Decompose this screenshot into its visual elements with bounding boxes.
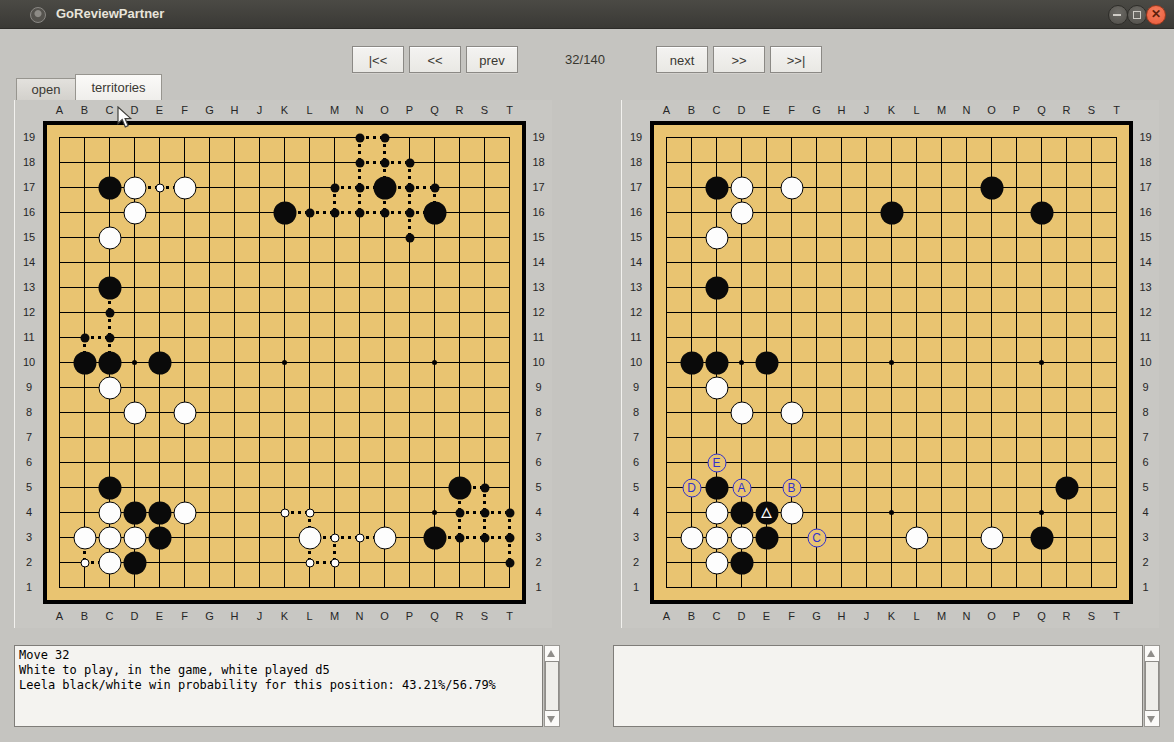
cell-O13 [979, 275, 1004, 300]
cell-L12 [904, 300, 929, 325]
col-label: J [247, 604, 272, 628]
cell-B10 [679, 350, 704, 375]
territory-black-R3 [455, 533, 464, 542]
cell-B8 [679, 400, 704, 425]
cell-H3 [222, 525, 247, 550]
stone-white-C2 [98, 551, 121, 574]
tab-territories[interactable]: territories [75, 74, 162, 101]
cell-S13 [1079, 275, 1104, 300]
cell-K14 [879, 250, 904, 275]
cell-G16 [197, 200, 222, 225]
cell-B19 [72, 125, 97, 150]
territory-black-P17 [405, 183, 414, 192]
cell-A13 [47, 275, 72, 300]
cell-C6 [97, 450, 122, 475]
cell-J16 [247, 200, 272, 225]
cell-K1 [879, 575, 904, 600]
cell-S6 [1079, 450, 1104, 475]
close-icon: ✕ [1147, 6, 1165, 24]
stone-black-C10 [705, 351, 728, 374]
row-labels: 19181716151413121110987654321 [15, 121, 43, 604]
territory-white-M3 [330, 533, 339, 542]
territory-black-S4 [480, 508, 489, 517]
cell-A17 [654, 175, 679, 200]
cell-H4 [829, 500, 854, 525]
cell-F4 [172, 500, 197, 525]
cell-B3 [679, 525, 704, 550]
cell-A15 [654, 225, 679, 250]
cell-O13 [372, 275, 397, 300]
cell-A6 [47, 450, 72, 475]
cell-M19 [929, 125, 954, 150]
cell-N18 [954, 150, 979, 175]
cell-M9 [929, 375, 954, 400]
cell-G8 [197, 400, 222, 425]
cell-L14 [297, 250, 322, 275]
col-label: B [72, 100, 97, 121]
cell-O17 [979, 175, 1004, 200]
prev-button[interactable]: prev [466, 46, 518, 73]
cell-N6 [347, 450, 372, 475]
territory-black-Q17 [430, 183, 439, 192]
cell-E5 [754, 475, 779, 500]
cell-J11 [854, 325, 879, 350]
cell-C14 [97, 250, 122, 275]
cell-C1 [704, 575, 729, 600]
tab-open[interactable]: open [16, 78, 76, 101]
cell-Q18 [422, 150, 447, 175]
cell-C16 [704, 200, 729, 225]
cell-C3 [704, 525, 729, 550]
cell-C10 [704, 350, 729, 375]
territory-white-E17 [155, 183, 164, 192]
territory-black-N18 [355, 158, 364, 167]
cell-F3 [172, 525, 197, 550]
cell-L2 [904, 550, 929, 575]
col-label: L [904, 100, 929, 121]
cell-S1 [1079, 575, 1104, 600]
territory-black-B11 [80, 333, 89, 342]
cell-A17 [47, 175, 72, 200]
row-label: 19 [15, 125, 43, 150]
cell-L18 [297, 150, 322, 175]
window-menu-icon[interactable] [30, 7, 46, 23]
cell-N5 [347, 475, 372, 500]
cell-C5 [97, 475, 122, 500]
cell-B12 [72, 300, 97, 325]
row-labels: 19181716151413121110987654321 [1133, 121, 1158, 604]
col-label: R [447, 100, 472, 121]
cell-K2 [879, 550, 904, 575]
cell-T7 [497, 425, 522, 450]
cell-G3: C [804, 525, 829, 550]
cell-Q1 [1029, 575, 1054, 600]
cell-O5 [372, 475, 397, 500]
cell-C9 [704, 375, 729, 400]
cell-E2 [147, 550, 172, 575]
cell-R17 [447, 175, 472, 200]
col-label: S [472, 100, 497, 121]
cell-N3 [954, 525, 979, 550]
cell-L5 [297, 475, 322, 500]
cell-N15 [347, 225, 372, 250]
minimize-button[interactable] [1108, 5, 1128, 25]
row-label: 11 [526, 325, 551, 350]
cell-J2 [854, 550, 879, 575]
cell-T17 [1104, 175, 1129, 200]
cell-H6 [829, 450, 854, 475]
cell-K13 [879, 275, 904, 300]
cell-R12 [447, 300, 472, 325]
cell-N16 [954, 200, 979, 225]
cell-F18 [779, 150, 804, 175]
col-label: A [654, 604, 679, 628]
cell-P6 [1004, 450, 1029, 475]
cell-M10 [929, 350, 954, 375]
cell-N12 [347, 300, 372, 325]
cell-T12 [1104, 300, 1129, 325]
stone-white-C15 [705, 226, 728, 249]
cell-A4 [654, 500, 679, 525]
col-label: Q [422, 100, 447, 121]
col-label: T [1104, 100, 1129, 121]
cell-E2 [754, 550, 779, 575]
cell-G18 [197, 150, 222, 175]
cell-O9 [979, 375, 1004, 400]
row-label: 12 [526, 300, 551, 325]
cell-P7 [1004, 425, 1029, 450]
cell-T8 [1104, 400, 1129, 425]
cell-F6 [172, 450, 197, 475]
cell-T17 [497, 175, 522, 200]
cell-S17 [472, 175, 497, 200]
variation-comment-box[interactable] [613, 645, 1160, 727]
cell-K6 [272, 450, 297, 475]
cell-K17 [272, 175, 297, 200]
cell-C12 [704, 300, 729, 325]
cell-S5 [1079, 475, 1104, 500]
cell-L16 [904, 200, 929, 225]
scrollbar-thumb[interactable] [545, 661, 559, 711]
cell-O3 [372, 525, 397, 550]
cell-Q3 [1029, 525, 1054, 550]
cell-C17 [704, 175, 729, 200]
stone-black-E3 [755, 526, 778, 549]
cell-L1 [297, 575, 322, 600]
cell-K17 [879, 175, 904, 200]
col-label: O [372, 604, 397, 628]
row-label: 4 [1133, 500, 1158, 525]
cell-G14 [804, 250, 829, 275]
variation-scrollbar[interactable] [1144, 645, 1160, 727]
cell-H11 [829, 325, 854, 350]
cell-P14 [1004, 250, 1029, 275]
cell-O5 [979, 475, 1004, 500]
row-label: 1 [622, 575, 650, 600]
cell-G7 [197, 425, 222, 450]
stone-white-L3 [298, 526, 321, 549]
row-label: 11 [622, 325, 650, 350]
cell-Q8 [422, 400, 447, 425]
cell-A1 [47, 575, 72, 600]
row-labels: 19181716151413121110987654321 [622, 121, 650, 604]
cell-G17 [804, 175, 829, 200]
row-label: 2 [526, 550, 551, 575]
stone-white-F17 [780, 176, 803, 199]
col-label: B [679, 604, 704, 628]
cell-O14 [372, 250, 397, 275]
col-label: M [929, 100, 954, 121]
cell-O15 [979, 225, 1004, 250]
cell-Q19 [1029, 125, 1054, 150]
cell-B4 [679, 500, 704, 525]
cell-F18 [172, 150, 197, 175]
territory-white-L2 [305, 558, 314, 567]
cell-B15 [72, 225, 97, 250]
cell-B6 [679, 450, 704, 475]
back-10-button[interactable]: << [409, 46, 461, 73]
stone-white-F8 [780, 401, 803, 424]
cell-O12 [372, 300, 397, 325]
cell-F19 [172, 125, 197, 150]
stone-black-Q16 [423, 201, 446, 224]
row-label: 9 [15, 375, 43, 400]
cell-T6 [1104, 450, 1129, 475]
stone-white-C15 [98, 226, 121, 249]
cell-K12 [879, 300, 904, 325]
cell-J9 [854, 375, 879, 400]
territory-black-O18 [380, 158, 389, 167]
cell-D3 [122, 525, 147, 550]
cell-R2 [1054, 550, 1079, 575]
cell-F9 [172, 375, 197, 400]
cell-N17 [954, 175, 979, 200]
titlebar: GoReviewPartner ✕ [0, 0, 1174, 29]
scrollbar-thumb[interactable] [1145, 661, 1159, 711]
cell-J7 [854, 425, 879, 450]
cell-R11 [1054, 325, 1079, 350]
cell-J2 [247, 550, 272, 575]
cell-Q3 [422, 525, 447, 550]
cell-J11 [247, 325, 272, 350]
cell-J7 [247, 425, 272, 450]
cell-O2 [979, 550, 1004, 575]
cell-E8 [147, 400, 172, 425]
cell-J12 [247, 300, 272, 325]
cell-T11 [497, 325, 522, 350]
col-label: R [447, 604, 472, 628]
cell-E7 [754, 425, 779, 450]
close-button[interactable]: ✕ [1146, 5, 1166, 25]
cell-A14 [47, 250, 72, 275]
territory-black-C11 [105, 333, 114, 342]
cell-A12 [47, 300, 72, 325]
territory-black-R4 [455, 508, 464, 517]
scroll-up-icon[interactable] [545, 646, 557, 660]
cell-P16 [1004, 200, 1029, 225]
row-label: 13 [622, 275, 650, 300]
cell-Q12 [422, 300, 447, 325]
row-label: 3 [15, 525, 43, 550]
cell-C5 [704, 475, 729, 500]
cell-E9 [147, 375, 172, 400]
row-label: 7 [15, 425, 43, 450]
col-label: H [829, 604, 854, 628]
cell-S2 [472, 550, 497, 575]
cell-J3 [854, 525, 879, 550]
cell-F2 [779, 550, 804, 575]
cell-G2 [804, 550, 829, 575]
stone-white-C4 [98, 501, 121, 524]
stone-black-E10 [755, 351, 778, 374]
col-label: O [372, 100, 397, 121]
cell-N10 [347, 350, 372, 375]
cell-Q7 [422, 425, 447, 450]
stone-white-C3 [98, 526, 121, 549]
cell-R18 [447, 150, 472, 175]
cell-S17 [1079, 175, 1104, 200]
col-label: R [1054, 604, 1079, 628]
cell-R7 [1054, 425, 1079, 450]
cell-P17 [1004, 175, 1029, 200]
column-labels: ABCDEFGHJKLMNOPQRST [650, 604, 1133, 628]
goto-end-button[interactable]: >>| [770, 46, 822, 73]
col-label: G [804, 100, 829, 121]
cell-A9 [654, 375, 679, 400]
cell-F16 [172, 200, 197, 225]
cell-A13 [654, 275, 679, 300]
cell-T5 [497, 475, 522, 500]
cell-G6 [197, 450, 222, 475]
cell-A10 [47, 350, 72, 375]
comment-box[interactable]: Move 32 White to play, in the game, whit… [14, 645, 560, 727]
cell-H8 [222, 400, 247, 425]
cell-T7 [1104, 425, 1129, 450]
cell-H7 [829, 425, 854, 450]
forward-10-button[interactable]: >> [713, 46, 765, 73]
cell-H5 [829, 475, 854, 500]
cell-T16 [1104, 200, 1129, 225]
cell-H10 [222, 350, 247, 375]
cell-C6: E [704, 450, 729, 475]
cell-D11 [122, 325, 147, 350]
cell-S14 [472, 250, 497, 275]
cell-L7 [904, 425, 929, 450]
cell-A15 [47, 225, 72, 250]
cell-Q14 [422, 250, 447, 275]
col-label: T [1104, 604, 1129, 628]
cell-G15 [197, 225, 222, 250]
cell-P10 [397, 350, 422, 375]
stone-black-D2 [730, 551, 753, 574]
row-label: 4 [622, 500, 650, 525]
cell-C16 [97, 200, 122, 225]
cell-D5: A [729, 475, 754, 500]
cell-T18 [497, 150, 522, 175]
cell-S10 [472, 350, 497, 375]
col-label: J [247, 100, 272, 121]
variation-comment-text [613, 645, 1143, 727]
cell-E8 [754, 400, 779, 425]
cell-K7 [272, 425, 297, 450]
cell-F8 [779, 400, 804, 425]
cell-C13 [97, 275, 122, 300]
cell-A14 [654, 250, 679, 275]
cell-K5 [879, 475, 904, 500]
stone-black-O17 [980, 176, 1003, 199]
cell-D2 [729, 550, 754, 575]
cell-A7 [47, 425, 72, 450]
cell-B14 [72, 250, 97, 275]
goban-grid [47, 125, 522, 600]
cell-D15 [729, 225, 754, 250]
cell-M14 [322, 250, 347, 275]
row-label: 16 [1133, 200, 1158, 225]
cell-E13 [754, 275, 779, 300]
cell-G12 [804, 300, 829, 325]
scroll-down-icon[interactable] [1145, 712, 1157, 726]
cell-E15 [147, 225, 172, 250]
maximize-button[interactable] [1127, 5, 1147, 25]
cell-B7 [679, 425, 704, 450]
scroll-down-icon[interactable] [545, 712, 557, 726]
cell-H12 [222, 300, 247, 325]
cell-E6 [754, 450, 779, 475]
col-label: K [272, 604, 297, 628]
goban-grid: EDAB△C [654, 125, 1129, 600]
cell-D9 [729, 375, 754, 400]
territory-black-N17 [355, 183, 364, 192]
cell-F7 [172, 425, 197, 450]
row-label: 17 [526, 175, 551, 200]
cell-H14 [222, 250, 247, 275]
stone-white-D8 [730, 401, 753, 424]
cell-F10 [172, 350, 197, 375]
cell-T9 [497, 375, 522, 400]
stone-black-C10 [98, 351, 121, 374]
cell-C19 [704, 125, 729, 150]
cell-T9 [1104, 375, 1129, 400]
cell-R6 [447, 450, 472, 475]
cell-H5 [222, 475, 247, 500]
cell-D5 [122, 475, 147, 500]
scroll-up-icon[interactable] [1145, 646, 1157, 660]
cell-O6 [372, 450, 397, 475]
stone-white-F4 [173, 501, 196, 524]
comment-scrollbar[interactable] [544, 645, 560, 727]
cell-D15 [122, 225, 147, 250]
cell-E11 [147, 325, 172, 350]
cell-H3 [829, 525, 854, 550]
cell-T5 [1104, 475, 1129, 500]
cell-A8 [654, 400, 679, 425]
cell-P12 [397, 300, 422, 325]
cell-H18 [222, 150, 247, 175]
cell-T3 [1104, 525, 1129, 550]
cell-J10 [247, 350, 272, 375]
row-label: 8 [1133, 400, 1158, 425]
next-button[interactable]: next [656, 46, 708, 73]
cell-M15 [322, 225, 347, 250]
cell-S14 [1079, 250, 1104, 275]
col-label: A [47, 100, 72, 121]
stone-white-D17 [730, 176, 753, 199]
cell-K18 [272, 150, 297, 175]
row-label: 15 [1133, 225, 1158, 250]
cell-H16 [222, 200, 247, 225]
goto-start-button[interactable]: |<< [352, 46, 404, 73]
col-label: C [704, 100, 729, 121]
